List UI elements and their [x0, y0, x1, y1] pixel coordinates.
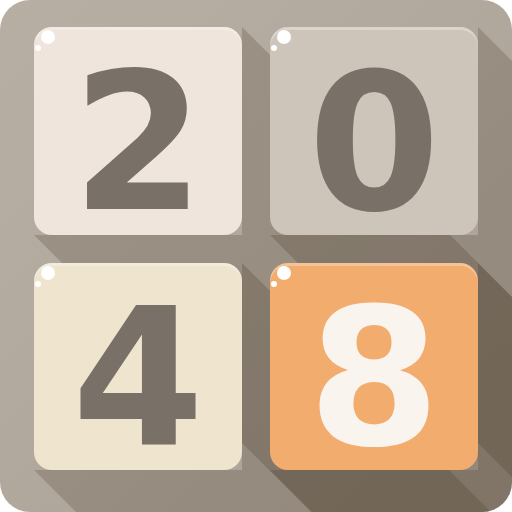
shine-highlight-large-icon: [277, 30, 291, 44]
shine-highlight-small-icon: [271, 45, 277, 51]
tile-8-value: 8: [308, 284, 440, 474]
shine-highlight-large-icon: [41, 266, 55, 280]
tile-8: 8: [270, 263, 478, 471]
tile-2: 2: [34, 27, 242, 235]
shine-highlight-small-icon: [271, 281, 277, 287]
tile-0-value: 0: [308, 49, 440, 239]
tile-grid: 2 0 4 8: [34, 27, 478, 470]
shine-highlight-large-icon: [41, 30, 55, 44]
tile-0: 0: [270, 27, 478, 235]
tile-4-value: 4: [72, 284, 204, 474]
tile-4: 4: [34, 263, 242, 471]
tile-2-value: 2: [72, 49, 204, 239]
2048-app-icon[interactable]: 2 0 4 8: [0, 0, 512, 512]
shine-highlight-small-icon: [35, 281, 41, 287]
shine-highlight-small-icon: [35, 45, 41, 51]
shine-highlight-large-icon: [277, 266, 291, 280]
